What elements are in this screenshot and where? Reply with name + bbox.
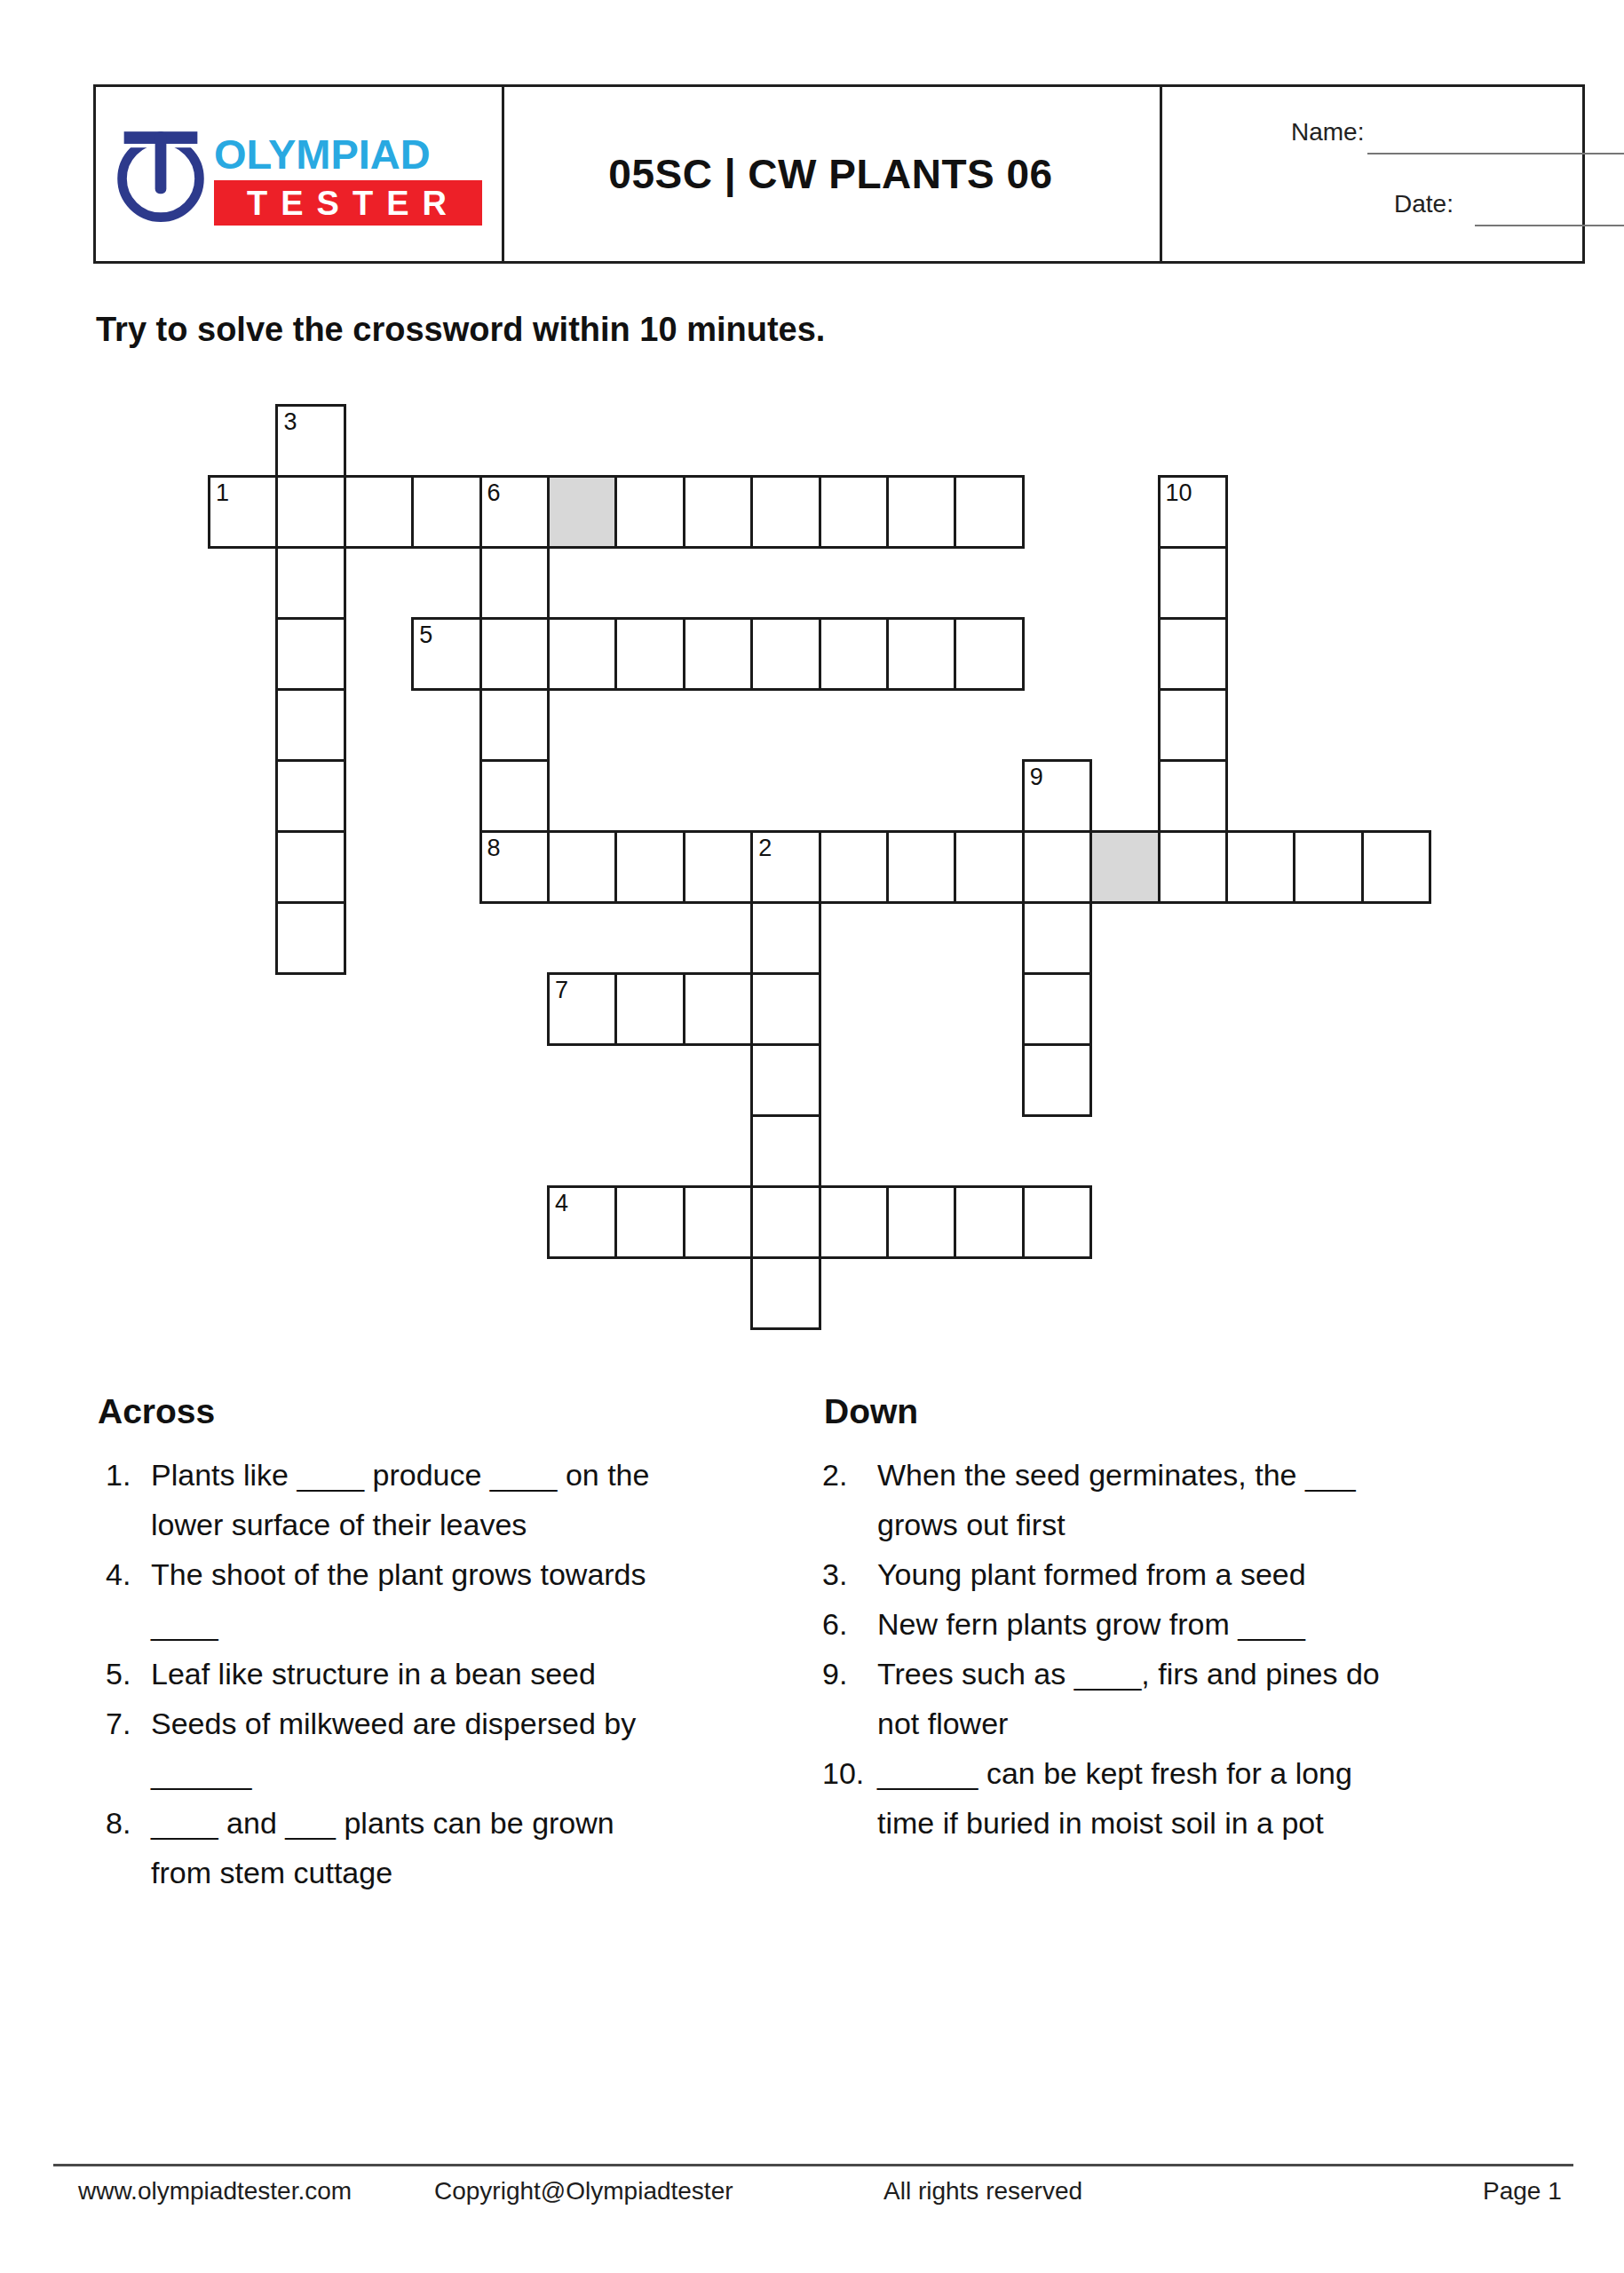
logo-wordmark: OLYMPIAD TESTER xyxy=(214,133,482,226)
down-clue-10: 10.______ can be kept fresh for a longti… xyxy=(822,1748,1380,1848)
grid-cell[interactable] xyxy=(614,830,685,904)
grid-cell[interactable] xyxy=(954,830,1024,904)
clue-text-line: from stem cuttage xyxy=(151,1848,649,1897)
power-t-logo-icon xyxy=(114,130,208,222)
clue-text-line: ____ and ___ plants can be grown xyxy=(151,1798,649,1848)
grid-cell[interactable] xyxy=(886,1185,956,1259)
across-clue-list: 1.Plants like ____ produce ____ on thelo… xyxy=(106,1450,649,1897)
grid-cell[interactable] xyxy=(750,972,820,1046)
logo-tester-text: TESTER xyxy=(214,180,482,226)
grid-cell[interactable] xyxy=(479,688,550,762)
clue-text-line: ______ xyxy=(151,1748,649,1798)
clue-list-number: 4. xyxy=(106,1549,151,1649)
grid-cell[interactable] xyxy=(614,617,685,691)
logo-olympiad-text: OLYMPIAD xyxy=(214,133,482,175)
clue-text: New fern plants grow from ____ xyxy=(877,1599,1380,1649)
grid-cell[interactable] xyxy=(1022,1185,1092,1259)
clue-text-line: New fern plants grow from ____ xyxy=(877,1599,1380,1649)
grid-cell[interactable] xyxy=(344,475,414,549)
grid-cell[interactable] xyxy=(750,1185,820,1259)
clue-number: 6 xyxy=(487,481,501,505)
grid-cell[interactable] xyxy=(683,475,753,549)
grid-cell[interactable] xyxy=(275,830,345,904)
clue-number: 9 xyxy=(1030,765,1043,789)
clue-text-line: lower surface of their leaves xyxy=(151,1500,649,1549)
clue-list-number: 7. xyxy=(106,1699,151,1798)
name-input-line[interactable] xyxy=(1367,108,1624,154)
grid-cell[interactable] xyxy=(614,1185,685,1259)
grid-cell[interactable] xyxy=(683,830,753,904)
logo-cell: OLYMPIAD TESTER xyxy=(96,87,502,261)
grid-cell[interactable] xyxy=(819,475,889,549)
grid-cell[interactable] xyxy=(750,475,820,549)
grid-cell[interactable] xyxy=(1022,972,1092,1046)
down-clue-9: 9.Trees such as ____, firs and pines don… xyxy=(822,1649,1380,1748)
clue-list-number: 9. xyxy=(822,1649,877,1748)
clue-text: Leaf like structure in a bean seed xyxy=(151,1649,649,1699)
clue-text: The shoot of the plant grows towards____ xyxy=(151,1549,649,1649)
page-title: 05SC | CW PLANTS 06 xyxy=(608,150,1052,198)
grid-cell[interactable] xyxy=(614,972,685,1046)
clue-text-line: Young plant formed from a seed xyxy=(877,1549,1380,1599)
grid-cell[interactable] xyxy=(1158,830,1228,904)
clue-list-number: 1. xyxy=(106,1450,151,1549)
crossword-grid: 31610598274 xyxy=(208,404,1434,1330)
grid-cell[interactable] xyxy=(1158,759,1228,833)
clue-text: Plants like ____ produce ____ on thelowe… xyxy=(151,1450,649,1549)
clue-number: 8 xyxy=(487,836,501,860)
grid-cell[interactable] xyxy=(1022,1043,1092,1117)
grid-cell[interactable] xyxy=(819,830,889,904)
clue-text: Trees such as ____, firs and pines donot… xyxy=(877,1649,1380,1748)
grid-cell[interactable] xyxy=(683,1185,753,1259)
header-box: OLYMPIAD TESTER 05SC | CW PLANTS 06 Name… xyxy=(93,84,1585,264)
clue-text: Young plant formed from a seed xyxy=(877,1549,1380,1599)
grid-cell[interactable] xyxy=(1293,830,1363,904)
grid-cell[interactable] xyxy=(1225,830,1295,904)
clue-number: 2 xyxy=(758,836,772,860)
grid-cell[interactable] xyxy=(1158,617,1228,691)
clue-text: ______ can be kept fresh for a longtime … xyxy=(877,1748,1380,1848)
grid-cell[interactable] xyxy=(1022,901,1092,975)
grid-cell[interactable] xyxy=(275,475,345,549)
grid-cell[interactable] xyxy=(275,546,345,620)
grid-cell[interactable] xyxy=(683,617,753,691)
grid-cell[interactable] xyxy=(275,759,345,833)
clue-number: 1 xyxy=(216,481,229,505)
grid-cell[interactable] xyxy=(1022,830,1092,904)
grid-cell[interactable] xyxy=(614,475,685,549)
separator-cell xyxy=(547,475,617,549)
clue-number: 4 xyxy=(555,1192,568,1216)
clue-text: ____ and ___ plants can be grownfrom ste… xyxy=(151,1798,649,1897)
grid-cell[interactable] xyxy=(886,830,956,904)
clue-number: 10 xyxy=(1166,481,1192,505)
clue-list-number: 2. xyxy=(822,1450,877,1549)
down-clue-6: 6.New fern plants grow from ____ xyxy=(822,1599,1380,1649)
date-input-line[interactable] xyxy=(1475,180,1624,226)
grid-cell[interactable] xyxy=(547,617,617,691)
grid-cell[interactable] xyxy=(750,1256,820,1330)
across-clue-4: 4.The shoot of the plant grows towards__… xyxy=(106,1549,649,1649)
grid-cell[interactable] xyxy=(750,1043,820,1117)
date-label: Date: xyxy=(1394,190,1454,218)
grid-cell[interactable] xyxy=(750,1114,820,1188)
clue-number: 5 xyxy=(419,623,432,647)
name-label: Name: xyxy=(1291,118,1364,147)
footer-rule xyxy=(53,2164,1573,2166)
grid-cell[interactable] xyxy=(750,901,820,975)
grid-cell[interactable] xyxy=(954,617,1024,691)
across-clue-7: 7.Seeds of milkweed are dispersed by____… xyxy=(106,1699,649,1798)
clue-list-number: 5. xyxy=(106,1649,151,1699)
footer-page-number: Page 1 xyxy=(1483,2177,1562,2206)
separator-cell xyxy=(1089,830,1160,904)
instruction-text: Try to solve the crossword within 10 min… xyxy=(96,311,825,349)
clue-text-line: not flower xyxy=(877,1699,1380,1748)
across-clue-5: 5.Leaf like structure in a bean seed xyxy=(106,1649,649,1699)
clue-text-line: grows out first xyxy=(877,1500,1380,1549)
clue-list-number: 8. xyxy=(106,1798,151,1897)
clue-list-number: 10. xyxy=(822,1748,877,1848)
clue-list-number: 6. xyxy=(822,1599,877,1649)
clue-text-line: Trees such as ____, firs and pines do xyxy=(877,1649,1380,1699)
down-clue-2: 2.When the seed germinates, the ___grows… xyxy=(822,1450,1380,1549)
across-heading: Across xyxy=(98,1392,215,1431)
grid-cell[interactable] xyxy=(750,617,820,691)
clue-text-line: Seeds of milkweed are dispersed by xyxy=(151,1699,649,1748)
down-clue-3: 3.Young plant formed from a seed xyxy=(822,1549,1380,1599)
grid-cell[interactable] xyxy=(954,475,1024,549)
clue-text-line: Plants like ____ produce ____ on the xyxy=(151,1450,649,1500)
grid-cell[interactable] xyxy=(1361,830,1431,904)
worksheet-page: OLYMPIAD TESTER 05SC | CW PLANTS 06 Name… xyxy=(0,0,1624,2273)
clue-list-number: 3. xyxy=(822,1549,877,1599)
grid-cell[interactable] xyxy=(411,475,481,549)
grid-cell[interactable] xyxy=(1158,546,1228,620)
clue-text-line: ______ can be kept fresh for a long xyxy=(877,1748,1380,1798)
grid-cell[interactable] xyxy=(479,617,550,691)
clue-number: 7 xyxy=(555,978,568,1002)
footer-rights: All rights reserved xyxy=(883,2177,1082,2206)
grid-cell[interactable] xyxy=(886,475,956,549)
clue-text: Seeds of milkweed are dispersed by______ xyxy=(151,1699,649,1798)
down-heading: Down xyxy=(824,1392,918,1431)
grid-cell[interactable] xyxy=(819,1185,889,1259)
clue-text-line: time if buried in moist soil in a pot xyxy=(877,1798,1380,1848)
grid-cell[interactable] xyxy=(479,759,550,833)
grid-cell[interactable] xyxy=(1158,688,1228,762)
clue-text-line: The shoot of the plant grows towards xyxy=(151,1549,649,1599)
grid-cell[interactable] xyxy=(547,830,617,904)
grid-cell[interactable] xyxy=(683,972,753,1046)
across-clue-1: 1.Plants like ____ produce ____ on thelo… xyxy=(106,1450,649,1549)
grid-cell[interactable] xyxy=(275,901,345,975)
clue-number: 3 xyxy=(283,410,297,434)
across-clue-8: 8.____ and ___ plants can be grownfrom s… xyxy=(106,1798,649,1897)
footer-copyright: Copyright@Olympiadtester xyxy=(434,2177,733,2206)
clue-text: When the seed germinates, the ___grows o… xyxy=(877,1450,1380,1549)
grid-cell[interactable] xyxy=(954,1185,1024,1259)
clue-text-line: ____ xyxy=(151,1599,649,1649)
footer-website: www.olympiadtester.com xyxy=(78,2177,352,2206)
grid-cell[interactable] xyxy=(886,617,956,691)
title-cell: 05SC | CW PLANTS 06 xyxy=(502,87,1160,261)
grid-cell[interactable] xyxy=(275,617,345,691)
name-date-cell: Name: Date: xyxy=(1160,87,1585,261)
grid-cell[interactable] xyxy=(275,688,345,762)
clue-text-line: When the seed germinates, the ___ xyxy=(877,1450,1380,1500)
clue-text-line: Leaf like structure in a bean seed xyxy=(151,1649,649,1699)
down-clue-list: 2.When the seed germinates, the ___grows… xyxy=(822,1450,1380,1848)
grid-cell[interactable] xyxy=(819,617,889,691)
grid-cell[interactable] xyxy=(479,546,550,620)
